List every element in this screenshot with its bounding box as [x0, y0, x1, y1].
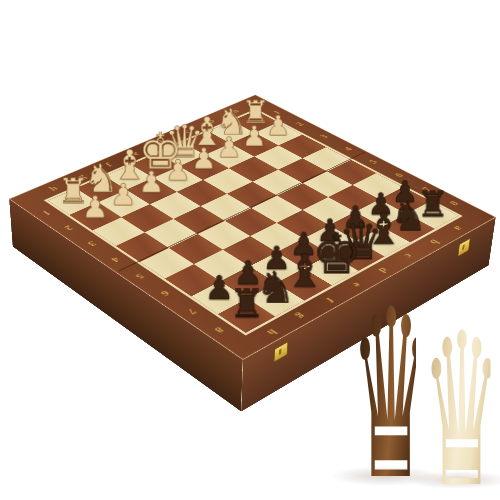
- board-scene: ♜︎♞︎♝︎♚︎♛︎♝︎♞︎♜︎♟︎♟︎♟︎♟︎♟︎♟︎♟︎♟︎♟︎♟︎♟︎♟︎…: [0, 0, 500, 500]
- coordinate-label-2: 2: [57, 222, 80, 235]
- coordinate-label-3: 3: [80, 237, 104, 250]
- white-rook-h1: ♜︎: [55, 174, 91, 209]
- coordinate-label-4: 4: [103, 253, 127, 266]
- chess-board: ♜︎♞︎♝︎♚︎♛︎♝︎♞︎♜︎♟︎♟︎♟︎♟︎♟︎♟︎♟︎♟︎♟︎♟︎♟︎♟︎…: [9, 95, 496, 360]
- coordinate-label-6: 6: [153, 286, 178, 300]
- coordinate-label-1: 1: [35, 207, 58, 219]
- brass-latch-icon: [458, 238, 471, 257]
- coordinate-label-h: h: [42, 183, 64, 194]
- queen-shadow: [406, 471, 500, 489]
- board-frame: ♜︎♞︎♝︎♚︎♛︎♝︎♞︎♜︎♟︎♟︎♟︎♟︎♟︎♟︎♟︎♟︎♟︎♟︎♟︎♟︎…: [9, 95, 496, 360]
- product-photo: ♜︎♞︎♝︎♚︎♛︎♝︎♞︎♜︎♟︎♟︎♟︎♟︎♟︎♟︎♟︎♟︎♟︎♟︎♟︎♟︎…: [0, 0, 500, 500]
- brass-latch-icon: [274, 341, 288, 362]
- coordinate-label-7: 7: [179, 304, 204, 319]
- coordinate-label-8: 8: [206, 322, 232, 337]
- coordinate-label-5: 5: [128, 269, 153, 283]
